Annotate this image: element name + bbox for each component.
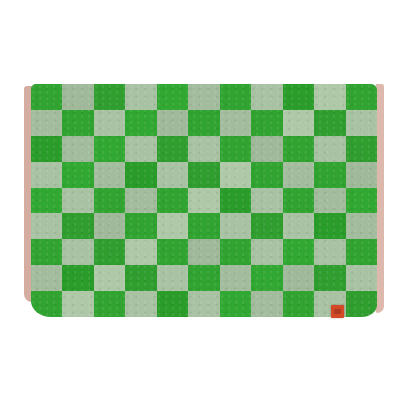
board-cell [157, 162, 188, 188]
board-cell [94, 136, 125, 162]
board-cell [62, 136, 93, 162]
product-photo [0, 0, 400, 400]
board-cell [346, 291, 377, 317]
board-cell [94, 84, 125, 110]
board-cell [251, 265, 282, 291]
board-cell [31, 136, 62, 162]
board-cell [62, 291, 93, 317]
board-cell [157, 265, 188, 291]
board-cell [251, 162, 282, 188]
board-cell [346, 136, 377, 162]
board-cell [220, 84, 251, 110]
board-cell [62, 239, 93, 265]
board-cell [314, 213, 345, 239]
board-cell [94, 110, 125, 136]
board-cell [346, 265, 377, 291]
board-cell [31, 84, 62, 110]
board-cell [283, 213, 314, 239]
board-cell [62, 110, 93, 136]
board-cell [188, 188, 219, 214]
board-cell [314, 188, 345, 214]
board-cell [188, 110, 219, 136]
board-cell [125, 110, 156, 136]
board-cell [251, 239, 282, 265]
board-cell [188, 265, 219, 291]
board-cell [125, 136, 156, 162]
board-cell [346, 213, 377, 239]
board-cell [157, 110, 188, 136]
board-cell [31, 110, 62, 136]
board-cell [220, 136, 251, 162]
board-cell [251, 213, 282, 239]
board-cell [314, 136, 345, 162]
board-cell [125, 162, 156, 188]
board-cell [220, 162, 251, 188]
board-cell [283, 239, 314, 265]
board-cell [125, 213, 156, 239]
board-cell [31, 188, 62, 214]
board-cell [62, 188, 93, 214]
board-cell [94, 291, 125, 317]
board-cell [251, 84, 282, 110]
board-cell [283, 136, 314, 162]
board-cell [188, 239, 219, 265]
board-cell [220, 265, 251, 291]
right-binding-strip [376, 84, 384, 313]
board-cell [157, 239, 188, 265]
board-cell [251, 188, 282, 214]
board-cell [157, 136, 188, 162]
board-cell [220, 291, 251, 317]
board-cell [157, 188, 188, 214]
board-cell [346, 162, 377, 188]
board-cell [62, 213, 93, 239]
board-cell [94, 239, 125, 265]
board-cell [157, 84, 188, 110]
board-cell [251, 136, 282, 162]
board-cell [283, 110, 314, 136]
board-cell [220, 239, 251, 265]
board-cell [125, 239, 156, 265]
board-cell [31, 162, 62, 188]
board-cell [314, 265, 345, 291]
board-cell [125, 265, 156, 291]
board-cell [346, 188, 377, 214]
board-cell [220, 213, 251, 239]
board-cell [346, 239, 377, 265]
board-cell [125, 84, 156, 110]
board-cell [157, 291, 188, 317]
board-cell [188, 136, 219, 162]
board-cell [94, 265, 125, 291]
board-cell [125, 291, 156, 317]
checkered-mat [24, 84, 384, 318]
board-cell [94, 162, 125, 188]
board-cell [125, 188, 156, 214]
board-cell [283, 265, 314, 291]
board-cell [62, 265, 93, 291]
board-cell [314, 162, 345, 188]
board-cell [283, 291, 314, 317]
board-cell [62, 162, 93, 188]
board-cell [62, 84, 93, 110]
board-cell [31, 213, 62, 239]
board-cell [220, 188, 251, 214]
board-cell [188, 291, 219, 317]
brand-tag-icon [331, 305, 344, 318]
board-cell [314, 110, 345, 136]
board-cell [31, 265, 62, 291]
checkerboard-grid [31, 84, 377, 317]
board-cell [220, 110, 251, 136]
board-cell [188, 84, 219, 110]
board-cell [251, 291, 282, 317]
board-cell [94, 188, 125, 214]
board-cell [31, 291, 62, 317]
board-cell [94, 213, 125, 239]
board-cell [157, 213, 188, 239]
board-cell [31, 239, 62, 265]
board-cell [251, 110, 282, 136]
board-cell [188, 213, 219, 239]
board-cell [283, 84, 314, 110]
brand-tag-mark-icon [334, 309, 341, 314]
board-cell [283, 162, 314, 188]
board-cell [283, 188, 314, 214]
board-cell [314, 84, 345, 110]
board-cell [188, 162, 219, 188]
board-cell [346, 110, 377, 136]
board-cell [346, 84, 377, 110]
board-cell [314, 239, 345, 265]
